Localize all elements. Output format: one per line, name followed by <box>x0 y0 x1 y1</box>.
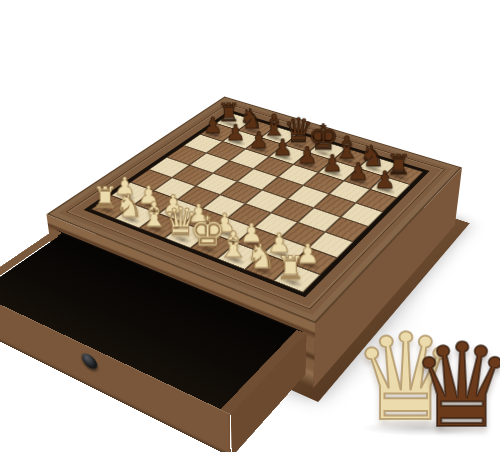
spare-dark-queen[interactable]: ♛ <box>410 328 468 444</box>
piece-black-pawn-h7[interactable]: ♟ <box>370 168 400 192</box>
product-photo-stage: ♜♞♝♛♚♝♞♜♟♟♟♟♟♟♟♟♟♟♟♟♟♟♟♟♜♞♝♛♚♝♞♜ ♛ ♛ <box>0 0 500 452</box>
square-f5[interactable] <box>288 185 330 207</box>
piece-black-pawn-g7[interactable]: ♟ <box>343 160 373 184</box>
drawer-knob[interactable] <box>81 351 98 372</box>
piece-white-rook-h1[interactable]: ♜ <box>273 253 308 285</box>
spare-queens: ♛ ♛ <box>352 288 492 438</box>
